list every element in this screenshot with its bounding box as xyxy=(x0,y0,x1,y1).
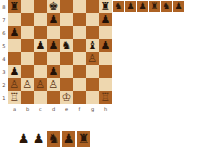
rank-label-8: 8 xyxy=(1,1,8,12)
board-square-c8[interactable] xyxy=(34,0,47,13)
board-square-a6[interactable]: ♟ xyxy=(8,26,21,39)
board-square-d6[interactable] xyxy=(47,26,60,39)
white-piece-d2[interactable]: ♙ xyxy=(47,78,60,91)
board-square-f8[interactable] xyxy=(73,0,86,13)
captured-piece-bottom-pawn-0[interactable]: ♟ xyxy=(17,131,30,147)
board-square-c4[interactable] xyxy=(34,52,47,65)
file-label-c: c xyxy=(35,105,46,115)
black-piece-a6[interactable]: ♟ xyxy=(8,26,21,39)
board-square-d3[interactable]: ♟ xyxy=(47,65,60,78)
board-square-f6[interactable] xyxy=(73,26,86,39)
file-label-b: b xyxy=(22,105,33,115)
board-square-b7[interactable] xyxy=(21,13,34,26)
black-piece-d3[interactable]: ♟ xyxy=(47,65,60,78)
board-square-h6[interactable] xyxy=(99,26,112,39)
board-square-g6[interactable] xyxy=(86,26,99,39)
board-square-c3[interactable] xyxy=(34,65,47,78)
board-square-h2[interactable] xyxy=(99,78,112,91)
board-square-g4[interactable]: ♙ xyxy=(86,52,99,65)
board-square-a8[interactable]: ♜ xyxy=(8,0,21,13)
board-square-h7[interactable]: ♟ xyxy=(99,13,112,26)
black-piece-e5[interactable]: ♞ xyxy=(60,39,73,52)
board-square-f4[interactable] xyxy=(73,52,86,65)
white-piece-h1[interactable]: ♖ xyxy=(99,91,112,104)
board-square-h8[interactable]: ♜ xyxy=(99,0,112,13)
board-square-f2[interactable] xyxy=(73,78,86,91)
board-square-b6[interactable] xyxy=(21,26,34,39)
board-square-b5[interactable] xyxy=(21,39,34,52)
board-square-e6[interactable] xyxy=(60,26,73,39)
file-label-f: f xyxy=(74,105,85,115)
captured-piece-bottom-rook-4[interactable]: ♜ xyxy=(77,131,90,147)
black-piece-a8[interactable]: ♜ xyxy=(8,0,21,13)
board-square-b1[interactable] xyxy=(21,91,34,104)
board-square-e5[interactable]: ♞ xyxy=(60,39,73,52)
chess-board: ♜♚♜♟♟♟♟♟♞♝♟♙♟♟♙♙♙♙♖♔♖ xyxy=(8,0,112,104)
rank-labels: 87654321 xyxy=(0,0,8,104)
rank-label-1: 1 xyxy=(1,92,8,103)
white-piece-g4[interactable]: ♙ xyxy=(86,52,99,65)
black-piece-h5[interactable]: ♟ xyxy=(99,39,112,52)
board-square-c2[interactable]: ♙ xyxy=(34,78,47,91)
board-square-c5[interactable]: ♟ xyxy=(34,39,47,52)
board-square-d2[interactable]: ♙ xyxy=(47,78,60,91)
board-square-c7[interactable] xyxy=(34,13,47,26)
captured-piece-top-pawn-1[interactable]: ♟ xyxy=(125,1,136,12)
board-square-h1[interactable]: ♖ xyxy=(99,91,112,104)
board-square-a3[interactable]: ♟ xyxy=(8,65,21,78)
board-square-h3[interactable] xyxy=(99,65,112,78)
black-piece-a3[interactable]: ♟ xyxy=(8,65,21,78)
captured-piece-bottom-knight-2[interactable]: ♞ xyxy=(47,131,60,147)
file-label-g: g xyxy=(87,105,98,115)
white-piece-a1[interactable]: ♖ xyxy=(8,91,21,104)
board-square-g5[interactable]: ♝ xyxy=(86,39,99,52)
captured-piece-top-knight-4[interactable]: ♞ xyxy=(161,1,172,12)
captured-piece-top-rook-3[interactable]: ♜ xyxy=(149,1,160,12)
chess-app-canvas: 87654321 ♜♚♜♟♟♟♟♟♞♝♟♙♟♟♙♙♙♙♖♔♖ abcdefgh … xyxy=(0,0,200,150)
board-square-f3[interactable] xyxy=(73,65,86,78)
board-square-g1[interactable] xyxy=(86,91,99,104)
file-label-h: h xyxy=(100,105,111,115)
captured-piece-top-pawn-5[interactable]: ♟ xyxy=(173,1,184,12)
board-square-b8[interactable] xyxy=(21,0,34,13)
board-square-d5[interactable]: ♟ xyxy=(47,39,60,52)
board-square-d4[interactable] xyxy=(47,52,60,65)
board-square-a5[interactable] xyxy=(8,39,21,52)
black-piece-d5[interactable]: ♟ xyxy=(47,39,60,52)
file-label-a: a xyxy=(9,105,20,115)
board-square-g7[interactable] xyxy=(86,13,99,26)
white-piece-c2[interactable]: ♙ xyxy=(34,78,47,91)
board-square-e4[interactable] xyxy=(60,52,73,65)
board-square-b2[interactable]: ♙ xyxy=(21,78,34,91)
black-piece-d7[interactable]: ♟ xyxy=(47,13,60,26)
file-label-d: d xyxy=(48,105,59,115)
board-square-g3[interactable] xyxy=(86,65,99,78)
board-square-f7[interactable] xyxy=(73,13,86,26)
captured-tray-top: ♞♟♟♜♞♟ xyxy=(113,1,184,13)
file-labels: abcdefgh xyxy=(8,104,112,116)
board-square-f1[interactable] xyxy=(73,91,86,104)
board-square-h5[interactable]: ♟ xyxy=(99,39,112,52)
board-square-e1[interactable]: ♔ xyxy=(60,91,73,104)
captured-piece-top-knight-0[interactable]: ♞ xyxy=(113,1,124,12)
board-square-h4[interactable] xyxy=(99,52,112,65)
board-square-g8[interactable] xyxy=(86,0,99,13)
board-square-e2[interactable] xyxy=(60,78,73,91)
board-square-a4[interactable] xyxy=(8,52,21,65)
captured-tray-bottom: ♟♟♞♟♜ xyxy=(17,129,90,147)
white-piece-a2[interactable]: ♙ xyxy=(8,78,21,91)
captured-piece-bottom-pawn-1[interactable]: ♟ xyxy=(32,131,45,147)
rank-label-4: 4 xyxy=(1,53,8,64)
board-square-a2[interactable]: ♙ xyxy=(8,78,21,91)
black-piece-d8[interactable]: ♚ xyxy=(47,0,60,13)
board-square-d1[interactable] xyxy=(47,91,60,104)
board-square-c6[interactable] xyxy=(34,26,47,39)
rank-label-5: 5 xyxy=(1,40,8,51)
black-piece-c5[interactable]: ♟ xyxy=(34,39,47,52)
file-label-e: e xyxy=(61,105,72,115)
board-square-b4[interactable] xyxy=(21,52,34,65)
board-square-c1[interactable] xyxy=(34,91,47,104)
board-square-a7[interactable] xyxy=(8,13,21,26)
board-square-e8[interactable] xyxy=(60,0,73,13)
captured-piece-bottom-pawn-3[interactable]: ♟ xyxy=(62,131,75,147)
board-square-e7[interactable] xyxy=(60,13,73,26)
rank-label-2: 2 xyxy=(1,79,8,90)
rank-label-7: 7 xyxy=(1,14,8,25)
board-square-b3[interactable] xyxy=(21,65,34,78)
board-square-e3[interactable] xyxy=(60,65,73,78)
captured-piece-top-pawn-2[interactable]: ♟ xyxy=(137,1,148,12)
board-square-d8[interactable]: ♚ xyxy=(47,0,60,13)
board-square-g2[interactable] xyxy=(86,78,99,91)
black-piece-h7[interactable]: ♟ xyxy=(99,13,112,26)
board-square-d7[interactable]: ♟ xyxy=(47,13,60,26)
white-piece-e1[interactable]: ♔ xyxy=(60,91,73,104)
board-square-a1[interactable]: ♖ xyxy=(8,91,21,104)
board-square-f5[interactable] xyxy=(73,39,86,52)
rank-label-3: 3 xyxy=(1,66,8,77)
white-piece-b2[interactable]: ♙ xyxy=(21,78,34,91)
black-piece-g5[interactable]: ♝ xyxy=(86,39,99,52)
black-piece-h8[interactable]: ♜ xyxy=(99,0,112,13)
rank-label-6: 6 xyxy=(1,27,8,38)
